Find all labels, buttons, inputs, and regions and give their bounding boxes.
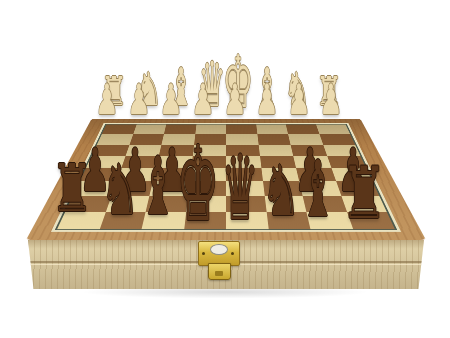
piece-dark-rook[interactable]: ♜ [51,156,94,222]
piece-dark-bishop[interactable]: ♝ [139,147,176,227]
piece-dark-rook[interactable]: ♜ [341,157,387,229]
piece-dark-king[interactable]: ♚ [177,132,220,236]
piece-white-pawn[interactable]: ♟ [255,79,278,121]
piece-dark-knight[interactable]: ♞ [262,156,301,226]
piece-white-pawn[interactable]: ♟ [319,79,342,121]
piece-dark-bishop[interactable]: ♝ [300,150,336,228]
piece-white-pawn[interactable]: ♟ [159,79,182,121]
piece-white-pawn[interactable]: ♟ [127,79,150,121]
pieces-layer: ♜♞♝♛♚♝♞♜♟♟♟♟♟♟♟♟♟♟♟♟♟♟♟♟♜♞♝♚♛♞♝♜ [0,0,450,338]
piece-white-pawn[interactable]: ♟ [223,79,246,121]
piece-dark-knight[interactable]: ♞ [101,155,140,225]
piece-white-pawn[interactable]: ♟ [95,79,118,121]
piece-white-pawn[interactable]: ♟ [287,79,310,121]
piece-white-pawn[interactable]: ♟ [191,79,214,121]
product-photo-scene: ♜♞♝♛♚♝♞♜♟♟♟♟♟♟♟♟♟♟♟♟♟♟♟♟♜♞♝♚♛♞♝♜ [0,0,450,338]
piece-dark-queen[interactable]: ♛ [221,143,258,233]
